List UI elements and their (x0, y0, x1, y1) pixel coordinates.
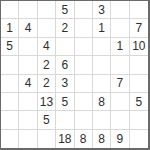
cell-r3c4-empty[interactable] (56, 38, 74, 56)
cell-r3c1-clue[interactable]: 5 (1, 38, 19, 56)
cell-r3c8-clue[interactable]: 10 (130, 38, 148, 56)
cell-r1c5-empty[interactable] (75, 1, 93, 19)
cell-r2c5-empty[interactable] (75, 19, 93, 37)
cell-r4c1-empty[interactable] (1, 56, 19, 74)
cell-r7c2-empty[interactable] (19, 111, 37, 129)
cell-r1c4-clue[interactable]: 5 (56, 1, 74, 19)
cell-r7c3-clue[interactable]: 5 (38, 111, 56, 129)
cell-r5c6-empty[interactable] (93, 75, 111, 93)
cell-r6c6-clue[interactable]: 8 (93, 93, 111, 111)
cell-r8c5-clue[interactable]: 8 (75, 130, 93, 148)
cell-r2c8-clue[interactable]: 7 (130, 19, 148, 37)
cell-r4c8-empty[interactable] (130, 56, 148, 74)
cell-r3c7-clue[interactable]: 1 (111, 38, 129, 56)
cell-r3c3-clue[interactable]: 4 (38, 38, 56, 56)
cell-r3c6-empty[interactable] (93, 38, 111, 56)
cell-r7c4-empty[interactable] (56, 111, 74, 129)
cell-r6c1-empty[interactable] (1, 93, 19, 111)
cell-r2c7-empty[interactable] (111, 19, 129, 37)
cell-r3c5-empty[interactable] (75, 38, 93, 56)
cell-r5c2-clue[interactable]: 4 (19, 75, 37, 93)
cell-r8c7-clue[interactable]: 9 (111, 130, 129, 148)
cell-r5c8-empty[interactable] (130, 75, 148, 93)
cell-r2c2-clue[interactable]: 4 (19, 19, 37, 37)
cell-r2c1-clue[interactable]: 1 (1, 19, 19, 37)
cell-r4c2-empty[interactable] (19, 56, 37, 74)
cell-r7c8-empty[interactable] (130, 111, 148, 129)
cell-r5c4-clue[interactable]: 3 (56, 75, 74, 93)
cell-r2c4-clue[interactable]: 2 (56, 19, 74, 37)
cell-r1c8-empty[interactable] (130, 1, 148, 19)
cell-r8c8-empty[interactable] (130, 130, 148, 148)
cell-r4c5-empty[interactable] (75, 56, 93, 74)
cell-r5c5-empty[interactable] (75, 75, 93, 93)
cell-r5c1-empty[interactable] (1, 75, 19, 93)
cell-r1c6-clue[interactable]: 3 (93, 1, 111, 19)
cell-r1c3-empty[interactable] (38, 1, 56, 19)
cell-r4c4-clue[interactable]: 6 (56, 56, 74, 74)
cell-r4c7-empty[interactable] (111, 56, 129, 74)
cell-r8c3-empty[interactable] (38, 130, 56, 148)
cell-r6c4-clue[interactable]: 5 (56, 93, 74, 111)
cell-r4c6-empty[interactable] (93, 56, 111, 74)
cell-r8c4-clue[interactable]: 18 (56, 130, 74, 148)
cell-r7c7-empty[interactable] (111, 111, 129, 129)
cell-r8c6-clue[interactable]: 8 (93, 130, 111, 148)
cell-r1c7-empty[interactable] (111, 1, 129, 19)
cell-r5c3-clue[interactable]: 2 (38, 75, 56, 93)
cell-r7c5-empty[interactable] (75, 111, 93, 129)
cell-r6c3-clue[interactable]: 13 (38, 93, 56, 111)
cell-r6c2-empty[interactable] (19, 93, 37, 111)
cell-r2c3-empty[interactable] (38, 19, 56, 37)
cell-r1c1-empty[interactable] (1, 1, 19, 19)
cell-r6c5-empty[interactable] (75, 93, 93, 111)
cell-r7c6-empty[interactable] (93, 111, 111, 129)
cell-r1c2-empty[interactable] (19, 1, 37, 19)
cell-r3c2-empty[interactable] (19, 38, 37, 56)
cell-r2c6-clue[interactable]: 1 (93, 19, 111, 37)
cell-r8c2-empty[interactable] (19, 130, 37, 148)
cell-r7c1-empty[interactable] (1, 111, 19, 129)
cell-r8c1-empty[interactable] (1, 130, 19, 148)
cell-r6c8-clue[interactable]: 5 (130, 93, 148, 111)
puzzle-board: 53142175411026423713585518889 (0, 0, 150, 150)
cell-r5c7-clue[interactable]: 7 (111, 75, 129, 93)
cell-r6c7-empty[interactable] (111, 93, 129, 111)
cell-r4c3-clue[interactable]: 2 (38, 56, 56, 74)
